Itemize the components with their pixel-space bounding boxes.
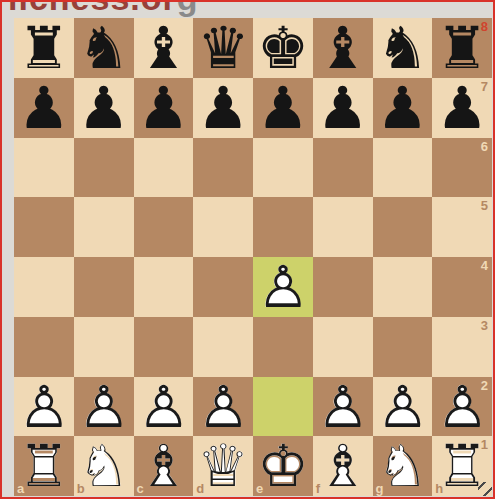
white-pawn-g2[interactable]: ♟♙ [373,377,433,437]
black-knight-b8[interactable]: ♞ [74,18,134,78]
white-pawn-c2[interactable]: ♟♙ [134,377,194,437]
square-f1[interactable]: ♝♗ [313,436,373,496]
square-d7[interactable]: ♟ [193,78,253,138]
square-d8[interactable]: ♛ [193,18,253,78]
square-e2[interactable] [253,377,313,437]
square-g4[interactable] [373,257,433,317]
square-e1[interactable]: ♚♔ [253,436,313,496]
white-pawn-e4[interactable]: ♟♙ [253,257,313,317]
site-title-main: lichess.or [8,2,177,17]
black-queen-d8[interactable]: ♛ [193,18,253,78]
square-e8[interactable]: ♚ [253,18,313,78]
white-rook-a1[interactable]: ♜♖ [14,436,74,496]
square-h6[interactable] [432,138,492,198]
square-f4[interactable] [313,257,373,317]
square-a8[interactable]: ♜ [14,18,74,78]
square-a7[interactable]: ♟ [14,78,74,138]
white-bishop-f1[interactable]: ♝♗ [313,436,373,496]
square-b3[interactable] [74,317,134,377]
square-e3[interactable] [253,317,313,377]
white-king-e1[interactable]: ♚♔ [253,436,313,496]
chess-board[interactable]: ♜♞♝♛♚♝♞♜♟♟♟♟♟♟♟♟♟♙♟♙♟♙♟♙♟♙♟♙♟♙♟♙♜♖♞♘♝♗♛♕… [14,18,492,496]
black-pawn-h7[interactable]: ♟ [432,78,492,138]
square-c6[interactable] [134,138,194,198]
square-c7[interactable]: ♟ [134,78,194,138]
black-pawn-g7[interactable]: ♟ [373,78,433,138]
square-d3[interactable] [193,317,253,377]
black-rook-h8[interactable]: ♜ [432,18,492,78]
white-pawn-b2[interactable]: ♟♙ [74,377,134,437]
square-f2[interactable]: ♟♙ [313,377,373,437]
square-a5[interactable] [14,197,74,257]
square-a1[interactable]: ♜♖ [14,436,74,496]
black-pawn-b7[interactable]: ♟ [74,78,134,138]
square-a2[interactable]: ♟♙ [14,377,74,437]
site-title-tail: g [177,2,199,17]
black-king-e8[interactable]: ♚ [253,18,313,78]
square-a6[interactable] [14,138,74,198]
square-b6[interactable] [74,138,134,198]
square-f7[interactable]: ♟ [313,78,373,138]
square-e5[interactable] [253,197,313,257]
square-h2[interactable]: ♟♙ [432,377,492,437]
square-d5[interactable] [193,197,253,257]
page-header: lichess.org [8,2,268,18]
square-b7[interactable]: ♟ [74,78,134,138]
black-pawn-f7[interactable]: ♟ [313,78,373,138]
square-c5[interactable] [134,197,194,257]
white-bishop-c1[interactable]: ♝♗ [134,436,194,496]
white-queen-d1[interactable]: ♛♕ [193,436,253,496]
square-a3[interactable] [14,317,74,377]
square-c2[interactable]: ♟♙ [134,377,194,437]
square-g6[interactable] [373,138,433,198]
square-h8[interactable]: ♜ [432,18,492,78]
site-title: lichess.org [8,2,268,18]
square-f5[interactable] [313,197,373,257]
square-e4[interactable]: ♟♙ [253,257,313,317]
square-g7[interactable]: ♟ [373,78,433,138]
square-h3[interactable] [432,317,492,377]
black-bishop-f8[interactable]: ♝ [313,18,373,78]
black-knight-g8[interactable]: ♞ [373,18,433,78]
square-a4[interactable] [14,257,74,317]
board-resize-handle-icon[interactable] [478,482,492,496]
square-b2[interactable]: ♟♙ [74,377,134,437]
square-c4[interactable] [134,257,194,317]
square-b8[interactable]: ♞ [74,18,134,78]
square-d1[interactable]: ♛♕ [193,436,253,496]
square-g5[interactable] [373,197,433,257]
black-rook-a8[interactable]: ♜ [14,18,74,78]
square-g8[interactable]: ♞ [373,18,433,78]
square-c8[interactable]: ♝ [134,18,194,78]
square-b4[interactable] [74,257,134,317]
square-f8[interactable]: ♝ [313,18,373,78]
white-pawn-h2[interactable]: ♟♙ [432,377,492,437]
square-h5[interactable] [432,197,492,257]
square-e7[interactable]: ♟ [253,78,313,138]
square-h4[interactable] [432,257,492,317]
white-pawn-d2[interactable]: ♟♙ [193,377,253,437]
square-e6[interactable] [253,138,313,198]
white-pawn-a2[interactable]: ♟♙ [14,377,74,437]
white-knight-b1[interactable]: ♞♘ [74,436,134,496]
black-pawn-d7[interactable]: ♟ [193,78,253,138]
square-f3[interactable] [313,317,373,377]
page: lichess.org ♜♞♝♛♚♝♞♜♟♟♟♟♟♟♟♟♟♙♟♙♟♙♟♙♟♙♟♙… [0,0,495,499]
white-pawn-f2[interactable]: ♟♙ [313,377,373,437]
square-g3[interactable] [373,317,433,377]
square-d6[interactable] [193,138,253,198]
square-b1[interactable]: ♞♘ [74,436,134,496]
square-c3[interactable] [134,317,194,377]
white-knight-g1[interactable]: ♞♘ [373,436,433,496]
square-g1[interactable]: ♞♘ [373,436,433,496]
square-h7[interactable]: ♟ [432,78,492,138]
square-d4[interactable] [193,257,253,317]
square-g2[interactable]: ♟♙ [373,377,433,437]
black-pawn-a7[interactable]: ♟ [14,78,74,138]
square-b5[interactable] [74,197,134,257]
black-pawn-e7[interactable]: ♟ [253,78,313,138]
square-d2[interactable]: ♟♙ [193,377,253,437]
black-bishop-c8[interactable]: ♝ [134,18,194,78]
square-f6[interactable] [313,138,373,198]
black-pawn-c7[interactable]: ♟ [134,78,194,138]
square-c1[interactable]: ♝♗ [134,436,194,496]
